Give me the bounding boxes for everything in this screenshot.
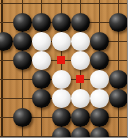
- black-stone: [109, 13, 128, 32]
- black-stone: [52, 127, 71, 138]
- black-stone: [90, 108, 109, 127]
- white-stone: [71, 32, 90, 51]
- white-stone: [32, 51, 51, 70]
- black-stone: [109, 70, 128, 89]
- white-stone: [71, 89, 90, 108]
- black-stone: [13, 108, 32, 127]
- white-stone: [52, 70, 71, 89]
- black-stone: [90, 127, 109, 138]
- black-stone: [32, 89, 51, 108]
- black-stone: [13, 13, 32, 32]
- black-stone: [13, 51, 32, 70]
- white-stone: [32, 32, 51, 51]
- white-stone: [52, 32, 71, 51]
- black-stone: [71, 13, 90, 32]
- black-stone: [32, 13, 51, 32]
- grid-horizontal-line: [0, 3, 127, 4]
- black-stone: [13, 32, 32, 51]
- black-stone: [71, 127, 90, 138]
- black-stone: [109, 89, 128, 108]
- white-stone: [90, 89, 109, 108]
- black-stone: [0, 32, 13, 51]
- white-stone: [71, 51, 90, 70]
- black-stone: [90, 51, 109, 70]
- black-stone: [71, 108, 90, 127]
- black-stone: [52, 108, 71, 127]
- vital-point-marker: [76, 75, 84, 83]
- black-stone: [52, 13, 71, 32]
- go-board[interactable]: [0, 0, 127, 137]
- vital-point-marker: [57, 56, 65, 64]
- black-stone: [32, 70, 51, 89]
- black-stone: [90, 32, 109, 51]
- white-stone: [90, 70, 109, 89]
- white-stone: [52, 89, 71, 108]
